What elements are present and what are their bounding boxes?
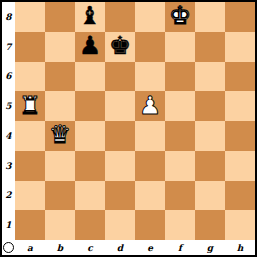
square-b6[interactable]: [45, 62, 75, 92]
square-d7[interactable]: ♚: [105, 32, 135, 62]
chess-board[interactable]: ♝♚♟♚♜♟♛: [15, 2, 255, 240]
square-b4[interactable]: ♛: [45, 121, 75, 151]
square-g4[interactable]: [195, 121, 225, 151]
square-b8[interactable]: [45, 2, 75, 32]
square-a5[interactable]: ♜: [15, 91, 45, 121]
square-c2[interactable]: [75, 181, 105, 211]
square-e7[interactable]: [135, 32, 165, 62]
square-b5[interactable]: [45, 91, 75, 121]
square-b1[interactable]: [45, 210, 75, 240]
rank-label-3: 3: [2, 151, 15, 181]
file-label-h: h: [225, 240, 255, 255]
square-c1[interactable]: [75, 210, 105, 240]
white-king[interactable]: ♚: [169, 3, 191, 30]
square-h4[interactable]: [225, 121, 255, 151]
side-to-move-corner: [2, 240, 15, 255]
rank-label-7: 7: [2, 32, 15, 62]
file-label-d: d: [105, 240, 135, 255]
rank-label-5: 5: [2, 91, 15, 121]
square-e1[interactable]: [135, 210, 165, 240]
black-bishop[interactable]: ♝: [79, 3, 101, 30]
square-e4[interactable]: [135, 121, 165, 151]
file-label-a: a: [15, 240, 45, 255]
square-g6[interactable]: [195, 62, 225, 92]
square-h2[interactable]: [225, 181, 255, 211]
square-c7[interactable]: ♟: [75, 32, 105, 62]
file-label-b: b: [45, 240, 75, 255]
square-h7[interactable]: [225, 32, 255, 62]
square-f2[interactable]: [165, 181, 195, 211]
square-f3[interactable]: [165, 151, 195, 181]
rank-label-4: 4: [2, 121, 15, 151]
white-queen[interactable]: ♛: [49, 122, 71, 149]
square-e8[interactable]: [135, 2, 165, 32]
square-g8[interactable]: [195, 2, 225, 32]
square-e2[interactable]: [135, 181, 165, 211]
square-f7[interactable]: [165, 32, 195, 62]
square-d5[interactable]: [105, 91, 135, 121]
square-g5[interactable]: [195, 91, 225, 121]
square-a2[interactable]: [15, 181, 45, 211]
square-h5[interactable]: [225, 91, 255, 121]
square-f8[interactable]: ♚: [165, 2, 195, 32]
square-a4[interactable]: [15, 121, 45, 151]
square-e3[interactable]: [135, 151, 165, 181]
square-h6[interactable]: [225, 62, 255, 92]
square-c3[interactable]: [75, 151, 105, 181]
square-d6[interactable]: [105, 62, 135, 92]
square-g1[interactable]: [195, 210, 225, 240]
square-d3[interactable]: [105, 151, 135, 181]
square-c6[interactable]: [75, 62, 105, 92]
black-pawn[interactable]: ♟: [79, 33, 101, 60]
square-b2[interactable]: [45, 181, 75, 211]
square-e6[interactable]: [135, 62, 165, 92]
file-label-f: f: [165, 240, 195, 255]
chess-diagram: 87654321 ♝♚♟♚♜♟♛ abcdefgh: [0, 0, 257, 257]
square-c4[interactable]: [75, 121, 105, 151]
square-a1[interactable]: [15, 210, 45, 240]
file-label-c: c: [75, 240, 105, 255]
square-f6[interactable]: [165, 62, 195, 92]
square-a8[interactable]: [15, 2, 45, 32]
rank-labels: 87654321: [2, 2, 15, 240]
square-f1[interactable]: [165, 210, 195, 240]
square-f4[interactable]: [165, 121, 195, 151]
square-f5[interactable]: [165, 91, 195, 121]
square-d8[interactable]: [105, 2, 135, 32]
square-d2[interactable]: [105, 181, 135, 211]
square-d4[interactable]: [105, 121, 135, 151]
square-g7[interactable]: [195, 32, 225, 62]
square-b3[interactable]: [45, 151, 75, 181]
square-b7[interactable]: [45, 32, 75, 62]
white-to-move-circle-icon: [3, 242, 14, 253]
square-h1[interactable]: [225, 210, 255, 240]
square-c8[interactable]: ♝: [75, 2, 105, 32]
square-h3[interactable]: [225, 151, 255, 181]
square-a6[interactable]: [15, 62, 45, 92]
square-a7[interactable]: [15, 32, 45, 62]
rank-label-2: 2: [2, 181, 15, 211]
white-pawn[interactable]: ♟: [139, 93, 161, 120]
rank-label-8: 8: [2, 2, 15, 32]
square-g2[interactable]: [195, 181, 225, 211]
file-labels: abcdefgh: [15, 240, 255, 255]
square-c5[interactable]: [75, 91, 105, 121]
square-a3[interactable]: [15, 151, 45, 181]
square-d1[interactable]: [105, 210, 135, 240]
black-king[interactable]: ♚: [109, 33, 131, 60]
file-label-g: g: [195, 240, 225, 255]
square-g3[interactable]: [195, 151, 225, 181]
square-h8[interactable]: [225, 2, 255, 32]
rank-label-6: 6: [2, 62, 15, 92]
square-e5[interactable]: ♟: [135, 91, 165, 121]
white-rook[interactable]: ♜: [19, 93, 41, 120]
file-label-e: e: [135, 240, 165, 255]
rank-label-1: 1: [2, 210, 15, 240]
